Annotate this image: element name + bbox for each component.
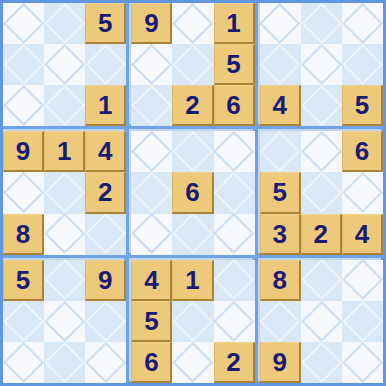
diamond-pattern [172,3,213,44]
given-clue: 5 [131,301,172,342]
cell-r3c4[interactable] [131,85,172,126]
diamond-pattern [44,260,85,301]
given-clue: 2 [214,342,255,383]
diamond-pattern [342,342,383,383]
cell-r1c4: 9 [131,3,172,44]
cell-value: 6 [144,349,158,375]
diamond-pattern [172,44,213,85]
diamond-pattern [44,172,85,213]
given-clue: 1 [172,260,213,301]
cell-r9c7: 9 [260,342,301,383]
cell-r4c6[interactable] [214,131,255,172]
cell-r5c1[interactable] [3,172,44,213]
cell-r3c7: 4 [260,85,301,126]
diamond-pattern [260,3,301,44]
cell-r7c8[interactable] [301,260,342,301]
diamond-pattern [44,44,85,85]
cell-r7c5: 1 [172,260,213,301]
cell-value: 4 [272,92,286,118]
given-clue: 9 [3,131,44,172]
cell-r4c9: 6 [342,131,383,172]
cell-r8c6[interactable] [214,301,255,342]
given-clue: 4 [342,214,383,255]
given-clue: 9 [131,3,172,44]
diamond-pattern [172,342,213,383]
cell-r6c7: 3 [260,214,301,255]
given-clue: 4 [85,131,126,172]
diamond-pattern [342,172,383,213]
cell-value: 4 [144,267,158,293]
cell-value: 4 [98,138,112,164]
cell-r3c1[interactable] [3,85,44,126]
diamond-pattern [85,342,126,383]
cell-r7c4: 4 [131,260,172,301]
given-clue: 1 [85,85,126,126]
cell-r4c2: 1 [44,131,85,172]
cell-r9c9[interactable] [342,342,383,383]
cell-r1c2[interactable] [44,3,85,44]
cell-value: 5 [355,92,369,118]
cell-r6c1: 8 [3,214,44,255]
given-clue: 2 [172,85,213,126]
cell-value: 5 [16,267,30,293]
diamond-pattern [131,214,172,255]
diamond-pattern [85,301,126,342]
cell-r5c5: 6 [172,172,213,213]
given-clue: 4 [260,85,301,126]
diamond-pattern [342,260,383,301]
cell-r9c1[interactable] [3,342,44,383]
diamond-pattern [44,214,85,255]
cell-r3c5: 2 [172,85,213,126]
cell-r6c3[interactable] [85,214,126,255]
sudoku-box-r3c1: 59 [3,260,126,383]
given-clue: 3 [260,214,301,255]
cell-r3c8[interactable] [301,85,342,126]
cell-r5c2[interactable] [44,172,85,213]
cell-r6c8: 2 [301,214,342,255]
sudoku-box-r1c1: 51 [3,3,126,126]
diamond-pattern [3,301,44,342]
cell-r8c7[interactable] [260,301,301,342]
cell-r8c9[interactable] [342,301,383,342]
sudoku-box-r1c2: 91526 [131,3,254,126]
cell-value: 2 [314,221,328,247]
cell-r6c4[interactable] [131,214,172,255]
diamond-pattern [214,301,255,342]
cell-r7c9[interactable] [342,260,383,301]
cell-value: 1 [57,138,71,164]
cell-r2c8[interactable] [301,44,342,85]
cell-value: 9 [144,10,158,36]
cell-r4c3: 4 [85,131,126,172]
given-clue: 5 [260,172,301,213]
cell-r3c2[interactable] [44,85,85,126]
cell-r3c3: 1 [85,85,126,126]
cell-value: 5 [272,179,286,205]
given-clue: 2 [301,214,342,255]
cell-r8c2[interactable] [44,301,85,342]
cell-r5c4[interactable] [131,172,172,213]
cell-r4c4[interactable] [131,131,172,172]
cell-r6c2[interactable] [44,214,85,255]
cell-r1c6: 1 [214,3,255,44]
sudoku-box-r3c2: 41562 [131,260,254,383]
given-clue: 1 [214,3,255,44]
given-clue: 6 [131,342,172,383]
cell-r4c1: 9 [3,131,44,172]
cell-r9c3[interactable] [85,342,126,383]
cell-r9c8[interactable] [301,342,342,383]
cell-r8c5[interactable] [172,301,213,342]
diamond-pattern [3,44,44,85]
cell-r7c3: 9 [85,260,126,301]
cell-r1c3: 5 [85,3,126,44]
diamond-pattern [131,131,172,172]
cell-value: 2 [98,179,112,205]
diamond-pattern [3,85,44,126]
cell-value: 2 [185,92,199,118]
diamond-pattern [44,85,85,126]
diamond-pattern [301,44,342,85]
cell-r1c8[interactable] [301,3,342,44]
cell-value: 6 [355,138,369,164]
cell-r8c1[interactable] [3,301,44,342]
diamond-pattern [301,3,342,44]
given-clue: 4 [131,260,172,301]
cell-r7c7: 8 [260,260,301,301]
cell-r2c1[interactable] [3,44,44,85]
diamond-pattern [172,131,213,172]
diamond-pattern [44,3,85,44]
diamond-pattern [131,172,172,213]
sudoku-box-r2c2: 6 [131,131,254,254]
sudoku-box-r2c1: 91428 [3,131,126,254]
cell-r2c6: 5 [214,44,255,85]
diamond-pattern [260,44,301,85]
given-clue: 5 [85,3,126,44]
diamond-pattern [3,342,44,383]
diamond-pattern [85,44,126,85]
diamond-pattern [301,131,342,172]
cell-r2c5[interactable] [172,44,213,85]
cell-r9c4: 6 [131,342,172,383]
diamond-pattern [301,85,342,126]
cell-r3c9: 5 [342,85,383,126]
diamond-pattern [214,172,255,213]
diamond-pattern [214,131,255,172]
cell-r3c6: 6 [214,85,255,126]
diamond-pattern [172,214,213,255]
given-clue: 2 [85,172,126,213]
cell-value: 1 [185,267,199,293]
cell-r9c5[interactable] [172,342,213,383]
diamond-pattern [301,301,342,342]
cell-value: 9 [98,267,112,293]
cell-r6c6[interactable] [214,214,255,255]
cell-r4c8[interactable] [301,131,342,172]
cell-value: 6 [226,92,240,118]
cell-value: 5 [98,10,112,36]
cell-r2c9[interactable] [342,44,383,85]
cell-value: 9 [272,349,286,375]
given-clue: 8 [3,214,44,255]
given-clue: 5 [214,44,255,85]
diamond-pattern [131,44,172,85]
cell-r2c4[interactable] [131,44,172,85]
cell-r6c9: 4 [342,214,383,255]
cell-r8c3[interactable] [85,301,126,342]
diamond-pattern [85,214,126,255]
sudoku-box-r2c3: 65324 [260,131,383,254]
given-clue: 1 [44,131,85,172]
cell-r4c5[interactable] [172,131,213,172]
diamond-pattern [301,342,342,383]
diamond-pattern [3,3,44,44]
cell-value: 1 [226,10,240,36]
cell-r2c7[interactable] [260,44,301,85]
diamond-pattern [342,44,383,85]
cell-value: 5 [144,308,158,334]
cell-r2c2[interactable] [44,44,85,85]
diamond-pattern [214,214,255,255]
cell-value: 1 [98,92,112,118]
diamond-pattern [44,301,85,342]
given-clue: 6 [172,172,213,213]
given-clue: 6 [342,131,383,172]
given-clue: 9 [85,260,126,301]
diamond-pattern [301,260,342,301]
diamond-pattern [342,3,383,44]
given-clue: 6 [214,85,255,126]
cell-r1c7[interactable] [260,3,301,44]
sudoku-box-r3c3: 89 [260,260,383,383]
cell-value: 6 [185,179,199,205]
cell-r4c7[interactable] [260,131,301,172]
sudoku-board: 51915264591428665324594156289 [0,0,386,386]
cell-r8c4: 5 [131,301,172,342]
diamond-pattern [3,172,44,213]
diamond-pattern [44,342,85,383]
cell-value: 8 [16,221,30,247]
diamond-pattern [342,301,383,342]
cell-value: 5 [226,51,240,77]
cell-r5c7: 5 [260,172,301,213]
cell-value: 3 [272,221,286,247]
cell-value: 9 [16,138,30,164]
cell-r5c9[interactable] [342,172,383,213]
given-clue: 8 [260,260,301,301]
diamond-pattern [260,131,301,172]
cell-r1c1[interactable] [3,3,44,44]
cell-r1c9[interactable] [342,3,383,44]
given-clue: 9 [260,342,301,383]
cell-r8c8[interactable] [301,301,342,342]
cell-r9c2[interactable] [44,342,85,383]
cell-value: 4 [355,221,369,247]
diamond-pattern [214,260,255,301]
cell-value: 2 [226,349,240,375]
cell-r6c5[interactable] [172,214,213,255]
cell-r5c6[interactable] [214,172,255,213]
diamond-pattern [301,172,342,213]
cell-r9c6: 2 [214,342,255,383]
cell-r1c5[interactable] [172,3,213,44]
cell-r7c2[interactable] [44,260,85,301]
cell-r7c1: 5 [3,260,44,301]
cell-r7c6[interactable] [214,260,255,301]
cell-r5c8[interactable] [301,172,342,213]
diamond-pattern [172,301,213,342]
cell-value: 8 [272,267,286,293]
cell-r2c3[interactable] [85,44,126,85]
given-clue: 5 [342,85,383,126]
diamond-pattern [260,301,301,342]
given-clue: 5 [3,260,44,301]
cell-r5c3: 2 [85,172,126,213]
sudoku-box-r1c3: 45 [260,3,383,126]
diamond-pattern [131,85,172,126]
